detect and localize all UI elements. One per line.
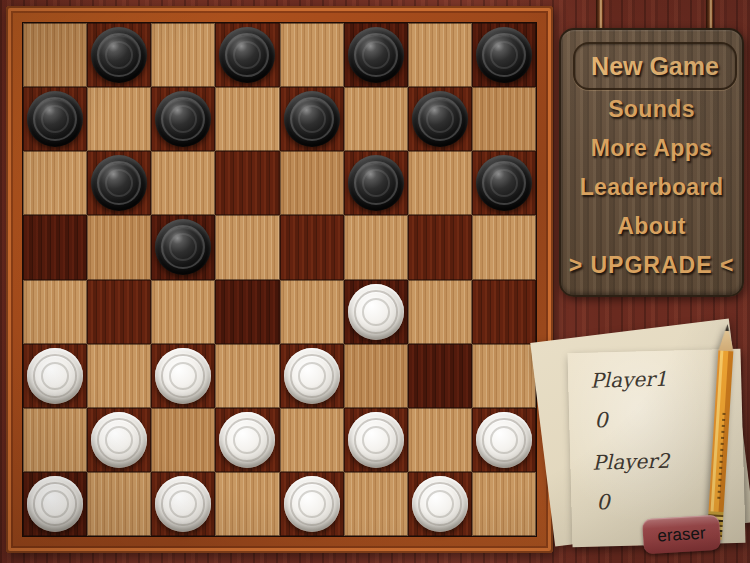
- menu-item-leaderboard[interactable]: Leaderboard: [561, 168, 742, 207]
- square-r1c3: [151, 23, 215, 87]
- checker-ring: [298, 362, 326, 390]
- pencil-tip: [718, 324, 735, 352]
- board: [22, 22, 537, 537]
- square-r6c1[interactable]: [23, 344, 87, 408]
- black-checker[interactable]: [476, 155, 532, 211]
- square-r5c7: [408, 280, 472, 344]
- square-r3c2[interactable]: [87, 151, 151, 215]
- square-r2c6: [344, 87, 408, 151]
- new-game-button[interactable]: New Game: [573, 42, 737, 90]
- black-checker[interactable]: [348, 155, 404, 211]
- square-r6c6: [344, 344, 408, 408]
- black-checker[interactable]: [91, 155, 147, 211]
- square-r4c8: [472, 215, 536, 279]
- white-checker[interactable]: [91, 412, 147, 468]
- square-r2c4: [215, 87, 279, 151]
- square-r3c7: [408, 151, 472, 215]
- square-r3c3: [151, 151, 215, 215]
- square-r4c2: [87, 215, 151, 279]
- white-checker[interactable]: [284, 348, 340, 404]
- checkers-app: { "game": { "name": "checkers", "variant…: [0, 0, 750, 563]
- square-r5c3: [151, 280, 215, 344]
- square-r5c5: [280, 280, 344, 344]
- checker-ring: [41, 490, 69, 518]
- black-checker[interactable]: [284, 91, 340, 147]
- square-r3c8[interactable]: [472, 151, 536, 215]
- square-r2c7[interactable]: [408, 87, 472, 151]
- square-r6c4: [215, 344, 279, 408]
- square-r1c1: [23, 23, 87, 87]
- square-r1c5: [280, 23, 344, 87]
- player2-score: 0: [596, 490, 610, 514]
- square-r7c6[interactable]: [344, 408, 408, 472]
- menu-item-about[interactable]: About: [561, 207, 742, 246]
- menu-item-more-apps[interactable]: More Apps: [561, 129, 742, 168]
- square-r6c2: [87, 344, 151, 408]
- square-r1c4[interactable]: [215, 23, 279, 87]
- checker-ring: [362, 41, 390, 69]
- checker-ring: [105, 426, 133, 454]
- square-r8c4: [215, 472, 279, 536]
- menu-panel: New Game Sounds More Apps Leaderboard Ab…: [559, 28, 744, 297]
- square-r1c2[interactable]: [87, 23, 151, 87]
- white-checker[interactable]: [27, 476, 83, 532]
- square-r7c3: [151, 408, 215, 472]
- square-r5c4[interactable]: [215, 280, 279, 344]
- square-r1c6[interactable]: [344, 23, 408, 87]
- square-r8c3[interactable]: [151, 472, 215, 536]
- checker-ring: [169, 362, 197, 390]
- checker-ring: [362, 426, 390, 454]
- square-r7c2[interactable]: [87, 408, 151, 472]
- menu-item-upgrade[interactable]: > UPGRADE <: [561, 246, 742, 285]
- square-r3c6[interactable]: [344, 151, 408, 215]
- square-r6c8: [472, 344, 536, 408]
- square-r4c5[interactable]: [280, 215, 344, 279]
- black-checker[interactable]: [219, 27, 275, 83]
- square-r7c8[interactable]: [472, 408, 536, 472]
- square-r2c5[interactable]: [280, 87, 344, 151]
- checker-ring: [298, 105, 326, 133]
- square-r2c1[interactable]: [23, 87, 87, 151]
- square-r2c8: [472, 87, 536, 151]
- black-checker[interactable]: [412, 91, 468, 147]
- square-r4c3[interactable]: [151, 215, 215, 279]
- board-frame: [6, 6, 553, 553]
- square-r8c7[interactable]: [408, 472, 472, 536]
- black-checker[interactable]: [476, 27, 532, 83]
- white-checker[interactable]: [219, 412, 275, 468]
- checker-ring: [490, 426, 518, 454]
- eraser-button[interactable]: eraser: [642, 515, 721, 555]
- square-r5c8[interactable]: [472, 280, 536, 344]
- square-r3c4[interactable]: [215, 151, 279, 215]
- white-checker[interactable]: [348, 412, 404, 468]
- square-r3c1: [23, 151, 87, 215]
- white-checker[interactable]: [155, 476, 211, 532]
- square-r4c1[interactable]: [23, 215, 87, 279]
- player1-score: 0: [594, 408, 608, 432]
- player1-label: Player1: [590, 367, 668, 393]
- checker-ring: [362, 169, 390, 197]
- checker-ring: [362, 298, 390, 326]
- square-r4c6: [344, 215, 408, 279]
- white-checker[interactable]: [27, 348, 83, 404]
- square-r8c5[interactable]: [280, 472, 344, 536]
- white-checker[interactable]: [476, 412, 532, 468]
- square-r2c2: [87, 87, 151, 151]
- black-checker[interactable]: [91, 27, 147, 83]
- square-r5c1: [23, 280, 87, 344]
- square-r3c5: [280, 151, 344, 215]
- square-r8c1[interactable]: [23, 472, 87, 536]
- square-r4c4: [215, 215, 279, 279]
- checker-ring: [426, 490, 454, 518]
- square-r1c8[interactable]: [472, 23, 536, 87]
- square-r8c6: [344, 472, 408, 536]
- checker-ring: [41, 362, 69, 390]
- square-r7c4[interactable]: [215, 408, 279, 472]
- checker-ring: [426, 105, 454, 133]
- square-r7c7: [408, 408, 472, 472]
- square-r7c1: [23, 408, 87, 472]
- checker-ring: [490, 41, 518, 69]
- black-checker[interactable]: [155, 91, 211, 147]
- square-r4c7[interactable]: [408, 215, 472, 279]
- menu-item-sounds[interactable]: Sounds: [561, 90, 742, 129]
- black-checker[interactable]: [155, 219, 211, 275]
- square-r6c7[interactable]: [408, 344, 472, 408]
- black-checker[interactable]: [27, 91, 83, 147]
- square-r8c8: [472, 472, 536, 536]
- black-checker[interactable]: [348, 27, 404, 83]
- white-checker[interactable]: [348, 284, 404, 340]
- white-checker[interactable]: [412, 476, 468, 532]
- white-checker[interactable]: [155, 348, 211, 404]
- square-r5c6[interactable]: [344, 280, 408, 344]
- white-checker[interactable]: [284, 476, 340, 532]
- square-r5c2[interactable]: [87, 280, 151, 344]
- square-r6c3[interactable]: [151, 344, 215, 408]
- player2-label: Player2: [592, 449, 670, 475]
- square-r2c3[interactable]: [151, 87, 215, 151]
- square-r6c5[interactable]: [280, 344, 344, 408]
- square-r7c5: [280, 408, 344, 472]
- checker-ring: [298, 490, 326, 518]
- square-r1c7: [408, 23, 472, 87]
- square-r8c2: [87, 472, 151, 536]
